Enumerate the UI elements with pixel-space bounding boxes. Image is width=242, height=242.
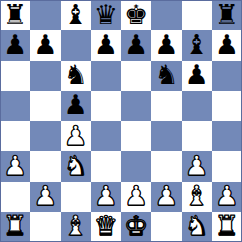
square-d6[interactable]: [91, 61, 121, 91]
square-c7[interactable]: [61, 30, 91, 60]
square-f8[interactable]: [151, 0, 181, 30]
square-d7[interactable]: ♟: [91, 30, 121, 60]
square-b4[interactable]: [30, 121, 60, 151]
square-a6[interactable]: [0, 61, 30, 91]
square-f3[interactable]: [151, 151, 181, 181]
piece-white-pawn[interactable]: ♟: [64, 122, 88, 149]
square-h8[interactable]: ♜: [212, 0, 242, 30]
square-f2[interactable]: ♟: [151, 182, 181, 212]
square-b8[interactable]: [30, 0, 60, 30]
piece-white-pawn[interactable]: ♟: [33, 182, 57, 209]
square-d8[interactable]: ♛: [91, 0, 121, 30]
piece-white-pawn[interactable]: ♟: [124, 182, 148, 209]
square-g7[interactable]: ♝: [182, 30, 212, 60]
piece-black-rook[interactable]: ♜: [3, 1, 27, 28]
square-b7[interactable]: ♟: [30, 30, 60, 60]
square-a4[interactable]: [0, 121, 30, 151]
square-g2[interactable]: ♝: [182, 182, 212, 212]
square-h4[interactable]: [212, 121, 242, 151]
square-e7[interactable]: ♟: [121, 30, 151, 60]
piece-white-king[interactable]: ♚: [124, 212, 148, 239]
square-c5[interactable]: ♟: [61, 91, 91, 121]
square-e5[interactable]: [121, 91, 151, 121]
piece-white-rook[interactable]: ♜: [3, 212, 27, 239]
square-a7[interactable]: ♟: [0, 30, 30, 60]
piece-black-pawn[interactable]: ♟: [33, 31, 57, 58]
square-d5[interactable]: [91, 91, 121, 121]
piece-white-rook[interactable]: ♜: [215, 212, 239, 239]
square-a5[interactable]: [0, 91, 30, 121]
square-c6[interactable]: ♞: [61, 61, 91, 91]
square-h1[interactable]: ♜: [212, 212, 242, 242]
piece-black-pawn[interactable]: ♟: [64, 91, 88, 118]
square-c1[interactable]: ♝: [61, 212, 91, 242]
square-c4[interactable]: ♟: [61, 121, 91, 151]
square-e8[interactable]: ♚: [121, 0, 151, 30]
square-a1[interactable]: ♜: [0, 212, 30, 242]
piece-black-pawn[interactable]: ♟: [124, 31, 148, 58]
square-a2[interactable]: [0, 182, 30, 212]
square-f7[interactable]: ♟: [151, 30, 181, 60]
square-h6[interactable]: [212, 61, 242, 91]
square-b5[interactable]: [30, 91, 60, 121]
square-b1[interactable]: [30, 212, 60, 242]
square-h5[interactable]: [212, 91, 242, 121]
piece-white-bishop[interactable]: ♝: [185, 182, 209, 209]
square-c3[interactable]: ♞: [61, 151, 91, 181]
square-h2[interactable]: ♟: [212, 182, 242, 212]
piece-white-knight[interactable]: ♞: [64, 152, 88, 179]
square-b3[interactable]: [30, 151, 60, 181]
piece-black-pawn[interactable]: ♟: [3, 31, 27, 58]
square-e4[interactable]: [121, 121, 151, 151]
piece-white-knight[interactable]: ♞: [185, 212, 209, 239]
piece-white-pawn[interactable]: ♟: [94, 182, 118, 209]
piece-black-bishop[interactable]: ♝: [185, 31, 209, 58]
piece-black-pawn[interactable]: ♟: [154, 31, 178, 58]
square-g5[interactable]: [182, 91, 212, 121]
piece-black-pawn[interactable]: ♟: [94, 31, 118, 58]
piece-white-pawn[interactable]: ♟: [215, 182, 239, 209]
piece-black-bishop[interactable]: ♝: [64, 1, 88, 28]
square-g6[interactable]: ♟: [182, 61, 212, 91]
square-d3[interactable]: [91, 151, 121, 181]
piece-black-queen[interactable]: ♛: [94, 1, 118, 28]
piece-black-knight[interactable]: ♞: [154, 61, 178, 88]
piece-black-king[interactable]: ♚: [124, 1, 148, 28]
square-c2[interactable]: [61, 182, 91, 212]
piece-black-knight[interactable]: ♞: [64, 61, 88, 88]
square-d1[interactable]: ♛: [91, 212, 121, 242]
square-e6[interactable]: [121, 61, 151, 91]
piece-white-queen[interactable]: ♛: [94, 212, 118, 239]
piece-black-pawn[interactable]: ♟: [185, 61, 209, 88]
square-g3[interactable]: ♟: [182, 151, 212, 181]
chess-board: ♜♝♛♚♜♟♟♟♟♟♝♟♞♞♟♟♟♟♞♟♟♟♟♟♝♟♜♝♛♚♞♜: [0, 0, 242, 242]
piece-white-pawn[interactable]: ♟: [3, 152, 27, 179]
square-b2[interactable]: ♟: [30, 182, 60, 212]
square-f5[interactable]: [151, 91, 181, 121]
piece-white-pawn[interactable]: ♟: [185, 152, 209, 179]
square-d2[interactable]: ♟: [91, 182, 121, 212]
square-h3[interactable]: [212, 151, 242, 181]
square-g8[interactable]: [182, 0, 212, 30]
square-g1[interactable]: ♞: [182, 212, 212, 242]
piece-black-rook[interactable]: ♜: [215, 1, 239, 28]
piece-white-pawn[interactable]: ♟: [154, 182, 178, 209]
square-f6[interactable]: ♞: [151, 61, 181, 91]
square-e2[interactable]: ♟: [121, 182, 151, 212]
square-e1[interactable]: ♚: [121, 212, 151, 242]
square-a3[interactable]: ♟: [0, 151, 30, 181]
square-f4[interactable]: [151, 121, 181, 151]
square-e3[interactable]: [121, 151, 151, 181]
square-g4[interactable]: [182, 121, 212, 151]
square-b6[interactable]: [30, 61, 60, 91]
square-h7[interactable]: ♟: [212, 30, 242, 60]
square-a8[interactable]: ♜: [0, 0, 30, 30]
square-f1[interactable]: [151, 212, 181, 242]
piece-white-bishop[interactable]: ♝: [64, 212, 88, 239]
square-d4[interactable]: [91, 121, 121, 151]
piece-black-pawn[interactable]: ♟: [215, 31, 239, 58]
square-c8[interactable]: ♝: [61, 0, 91, 30]
